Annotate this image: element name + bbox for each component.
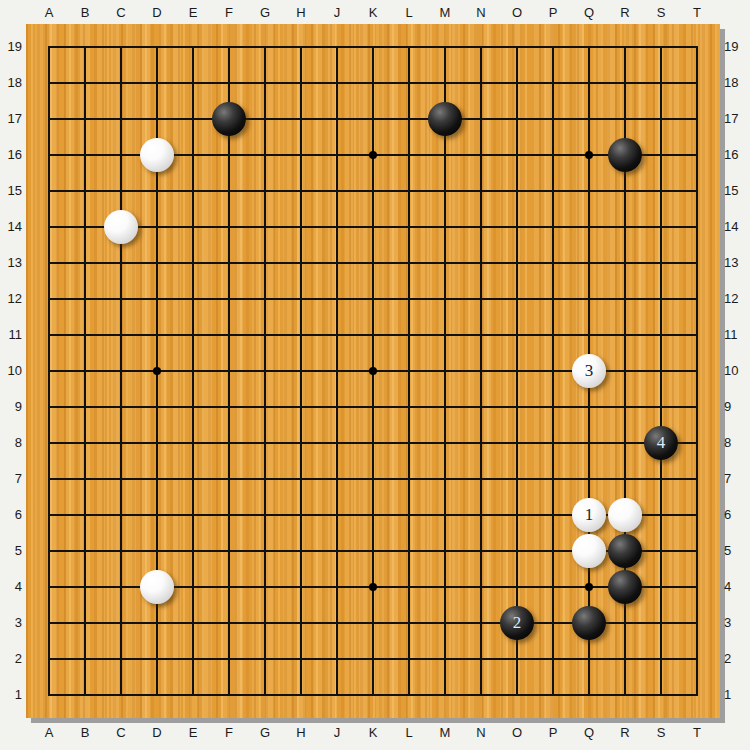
board-intersection[interactable] [679,461,715,497]
board-intersection[interactable] [391,137,427,173]
board-intersection[interactable] [31,209,67,245]
board-intersection[interactable] [607,497,643,533]
board-intersection[interactable] [499,101,535,137]
board-intersection[interactable] [31,425,67,461]
board-intersection[interactable] [211,677,247,713]
board-intersection[interactable] [355,353,391,389]
board-intersection[interactable] [247,65,283,101]
board-intersection[interactable] [643,605,679,641]
board-intersection[interactable] [463,29,499,65]
board-intersection[interactable] [319,497,355,533]
board-intersection[interactable] [67,317,103,353]
board-intersection[interactable] [427,101,463,137]
board-intersection[interactable] [499,173,535,209]
board-intersection[interactable] [319,425,355,461]
board-intersection[interactable] [67,173,103,209]
board-intersection[interactable] [355,137,391,173]
board-intersection[interactable] [139,101,175,137]
board-intersection[interactable] [463,101,499,137]
board-intersection[interactable] [427,29,463,65]
board-intersection[interactable] [139,245,175,281]
board-intersection[interactable] [643,245,679,281]
board-intersection[interactable] [427,137,463,173]
board-intersection[interactable] [463,677,499,713]
board-intersection[interactable] [571,425,607,461]
board-intersection[interactable] [643,317,679,353]
board-intersection[interactable] [499,317,535,353]
board-intersection[interactable] [355,461,391,497]
board-intersection[interactable] [139,425,175,461]
board-intersection[interactable] [67,461,103,497]
board-intersection[interactable] [607,425,643,461]
board-intersection[interactable] [103,641,139,677]
board-intersection[interactable] [103,65,139,101]
board-intersection[interactable] [499,137,535,173]
board-intersection[interactable] [391,29,427,65]
board-intersection[interactable] [139,281,175,317]
board-intersection[interactable] [175,65,211,101]
board-intersection[interactable] [427,317,463,353]
board-intersection[interactable] [31,65,67,101]
board-intersection[interactable] [175,281,211,317]
board-intersection[interactable] [283,137,319,173]
board-intersection[interactable] [535,605,571,641]
board-intersection[interactable] [211,641,247,677]
board-intersection[interactable] [535,533,571,569]
board-intersection[interactable] [283,569,319,605]
board-intersection[interactable] [463,425,499,461]
board-intersection[interactable] [175,137,211,173]
board-intersection[interactable] [319,137,355,173]
board-intersection[interactable] [67,353,103,389]
board-intersection[interactable] [67,641,103,677]
board-intersection[interactable] [139,533,175,569]
board-intersection[interactable] [211,209,247,245]
board-intersection[interactable] [247,461,283,497]
board-intersection[interactable] [319,65,355,101]
board-intersection[interactable] [211,569,247,605]
board-intersection[interactable] [319,209,355,245]
board-intersection[interactable] [31,173,67,209]
board-intersection[interactable] [175,245,211,281]
board-intersection[interactable] [391,461,427,497]
board-intersection[interactable] [355,245,391,281]
board-intersection[interactable] [31,137,67,173]
board-intersection[interactable] [247,317,283,353]
board-intersection[interactable] [355,677,391,713]
board-intersection[interactable] [679,533,715,569]
board-intersection[interactable] [607,641,643,677]
board-intersection[interactable] [391,245,427,281]
board-intersection[interactable] [139,389,175,425]
board-intersection[interactable] [499,353,535,389]
board-intersection[interactable] [319,353,355,389]
board-intersection[interactable] [67,65,103,101]
board-intersection[interactable] [355,65,391,101]
board-intersection[interactable] [535,461,571,497]
board-intersection[interactable] [499,569,535,605]
board-intersection[interactable] [355,641,391,677]
board-intersection[interactable] [499,389,535,425]
board-intersection[interactable] [391,317,427,353]
board-intersection[interactable] [103,569,139,605]
board-intersection[interactable] [139,317,175,353]
board-intersection[interactable] [463,209,499,245]
board-intersection[interactable] [283,173,319,209]
board-intersection[interactable] [211,353,247,389]
board-intersection[interactable] [427,389,463,425]
board-intersection[interactable] [643,173,679,209]
board-intersection[interactable] [247,605,283,641]
board-intersection[interactable] [463,497,499,533]
board-intersection[interactable] [463,65,499,101]
board-intersection[interactable] [643,569,679,605]
board-intersection[interactable] [679,209,715,245]
board-intersection[interactable] [283,641,319,677]
board-intersection[interactable] [247,209,283,245]
board-intersection[interactable] [67,605,103,641]
board-intersection[interactable] [607,281,643,317]
board-intersection[interactable] [463,317,499,353]
board-intersection[interactable] [535,209,571,245]
board-intersection[interactable] [463,173,499,209]
board-intersection[interactable] [427,353,463,389]
board-intersection[interactable] [499,425,535,461]
board-intersection[interactable] [211,281,247,317]
board-intersection[interactable] [175,173,211,209]
board-intersection[interactable] [391,677,427,713]
board-intersection[interactable] [139,641,175,677]
board-intersection[interactable] [103,605,139,641]
board-intersection[interactable] [391,209,427,245]
board-intersection[interactable]: 2 [499,605,535,641]
board-intersection[interactable]: 4 [643,425,679,461]
board-intersection[interactable] [463,605,499,641]
board-intersection[interactable] [103,677,139,713]
board-intersection[interactable] [571,101,607,137]
board-intersection[interactable] [139,137,175,173]
board-intersection[interactable] [607,137,643,173]
board-intersection[interactable] [463,461,499,497]
board-intersection[interactable] [31,533,67,569]
board-intersection[interactable] [211,317,247,353]
board-intersection[interactable] [499,245,535,281]
board-intersection[interactable] [607,605,643,641]
board-intersection[interactable] [679,605,715,641]
board-intersection[interactable] [103,533,139,569]
board-intersection[interactable] [31,317,67,353]
board-intersection[interactable] [103,497,139,533]
board-intersection[interactable] [319,641,355,677]
board-intersection[interactable] [571,641,607,677]
board-intersection[interactable] [211,245,247,281]
board-intersection[interactable] [463,353,499,389]
board-intersection[interactable] [31,353,67,389]
board-intersection[interactable] [67,29,103,65]
board-intersection[interactable] [103,209,139,245]
board-intersection[interactable] [175,101,211,137]
board-intersection[interactable] [139,65,175,101]
board-intersection[interactable] [283,677,319,713]
board-intersection[interactable] [535,389,571,425]
board-intersection[interactable]: 1 [571,497,607,533]
board-intersection[interactable] [31,101,67,137]
board-intersection[interactable] [211,461,247,497]
board-intersection[interactable] [283,317,319,353]
board-intersection[interactable] [247,353,283,389]
board-intersection[interactable] [139,353,175,389]
board-intersection[interactable] [283,389,319,425]
board-intersection[interactable] [679,101,715,137]
board-intersection[interactable] [535,173,571,209]
board-intersection[interactable] [607,29,643,65]
board-intersection[interactable] [247,137,283,173]
board-intersection[interactable] [643,101,679,137]
board-intersection[interactable] [427,209,463,245]
board-intersection[interactable] [355,425,391,461]
board-intersection[interactable] [103,425,139,461]
board-intersection[interactable] [643,677,679,713]
board-intersection[interactable] [499,497,535,533]
board-intersection[interactable] [283,101,319,137]
board-intersection[interactable] [355,497,391,533]
board-intersection[interactable] [571,173,607,209]
board-intersection[interactable] [175,425,211,461]
board-intersection[interactable] [211,101,247,137]
board-intersection[interactable] [463,389,499,425]
board-intersection[interactable] [643,389,679,425]
board-intersection[interactable] [427,533,463,569]
board-intersection[interactable] [427,677,463,713]
board-intersection[interactable] [247,281,283,317]
board-intersection[interactable] [175,677,211,713]
board-intersection[interactable] [319,281,355,317]
board-intersection[interactable] [463,245,499,281]
board-intersection[interactable] [679,281,715,317]
board-intersection[interactable] [139,677,175,713]
board-intersection[interactable] [571,245,607,281]
board-intersection[interactable] [571,677,607,713]
board-intersection[interactable] [139,209,175,245]
board-intersection[interactable] [607,101,643,137]
board-intersection[interactable] [499,533,535,569]
board-intersection[interactable] [571,461,607,497]
board-intersection[interactable] [535,425,571,461]
board-intersection[interactable] [175,209,211,245]
board-intersection[interactable] [319,389,355,425]
board-intersection[interactable] [427,641,463,677]
board-intersection[interactable] [607,569,643,605]
board-intersection[interactable] [679,497,715,533]
board-intersection[interactable] [535,137,571,173]
board-intersection[interactable] [427,425,463,461]
board-intersection[interactable] [391,605,427,641]
board-intersection[interactable] [283,29,319,65]
board-intersection[interactable] [427,461,463,497]
board-intersection[interactable] [535,677,571,713]
board-intersection[interactable] [427,605,463,641]
board-intersection[interactable] [67,677,103,713]
board-intersection[interactable] [247,497,283,533]
board-intersection[interactable] [607,389,643,425]
board-intersection[interactable] [643,641,679,677]
board-intersection[interactable]: 3 [571,353,607,389]
board-intersection[interactable] [535,245,571,281]
board-intersection[interactable] [175,605,211,641]
board-intersection[interactable] [283,497,319,533]
board-intersection[interactable] [103,317,139,353]
board-intersection[interactable] [211,137,247,173]
board-intersection[interactable] [571,533,607,569]
board-intersection[interactable] [283,65,319,101]
board-intersection[interactable] [103,353,139,389]
board-intersection[interactable] [283,353,319,389]
board-intersection[interactable] [607,461,643,497]
board-intersection[interactable] [31,245,67,281]
board-intersection[interactable] [283,461,319,497]
board-intersection[interactable] [211,497,247,533]
board-intersection[interactable] [67,101,103,137]
board-intersection[interactable] [211,65,247,101]
board-intersection[interactable] [607,317,643,353]
board-intersection[interactable] [679,137,715,173]
board-intersection[interactable] [679,389,715,425]
board-intersection[interactable] [391,353,427,389]
board-intersection[interactable] [679,245,715,281]
board-intersection[interactable] [247,389,283,425]
board-intersection[interactable] [535,641,571,677]
board-intersection[interactable] [247,29,283,65]
board-intersection[interactable] [139,569,175,605]
board-intersection[interactable] [571,65,607,101]
board-intersection[interactable] [247,173,283,209]
board-intersection[interactable] [535,353,571,389]
board-intersection[interactable] [679,641,715,677]
board-intersection[interactable] [571,29,607,65]
board-intersection[interactable] [391,65,427,101]
board-intersection[interactable] [139,173,175,209]
board-intersection[interactable] [571,569,607,605]
board-intersection[interactable] [355,605,391,641]
board-intersection[interactable] [391,533,427,569]
board-intersection[interactable] [211,29,247,65]
board-intersection[interactable] [31,29,67,65]
board-intersection[interactable] [319,245,355,281]
board-intersection[interactable] [391,281,427,317]
board-intersection[interactable] [607,173,643,209]
board-intersection[interactable] [607,65,643,101]
board-intersection[interactable] [319,677,355,713]
board-intersection[interactable] [103,281,139,317]
board-intersection[interactable] [499,641,535,677]
board-intersection[interactable] [283,605,319,641]
board-intersection[interactable] [607,245,643,281]
board-intersection[interactable] [499,209,535,245]
board-intersection[interactable] [175,461,211,497]
board-intersection[interactable] [535,281,571,317]
board-intersection[interactable] [319,605,355,641]
board-intersection[interactable] [139,497,175,533]
board-intersection[interactable] [643,137,679,173]
board-intersection[interactable] [319,173,355,209]
board-intersection[interactable] [643,461,679,497]
board-intersection[interactable] [679,353,715,389]
board-intersection[interactable] [571,605,607,641]
board-intersection[interactable] [535,569,571,605]
board-intersection[interactable] [499,281,535,317]
board-intersection[interactable] [391,641,427,677]
board-intersection[interactable] [643,533,679,569]
board-intersection[interactable] [499,677,535,713]
board-intersection[interactable] [211,425,247,461]
board-intersection[interactable] [31,461,67,497]
board-intersection[interactable] [679,317,715,353]
board-intersection[interactable] [247,677,283,713]
board-intersection[interactable] [67,209,103,245]
board-intersection[interactable] [175,317,211,353]
board-intersection[interactable] [499,29,535,65]
board-intersection[interactable] [31,641,67,677]
board-intersection[interactable] [427,65,463,101]
board-intersection[interactable] [103,461,139,497]
board-intersection[interactable] [67,425,103,461]
board-intersection[interactable] [31,389,67,425]
board-intersection[interactable] [499,65,535,101]
board-intersection[interactable] [355,281,391,317]
board-intersection[interactable] [571,389,607,425]
board-intersection[interactable] [283,533,319,569]
board-intersection[interactable] [139,605,175,641]
board-intersection[interactable] [247,101,283,137]
board-intersection[interactable] [211,533,247,569]
board-intersection[interactable] [427,569,463,605]
board-intersection[interactable] [391,425,427,461]
board-intersection[interactable] [643,209,679,245]
board-intersection[interactable] [679,677,715,713]
board-intersection[interactable] [247,425,283,461]
board-intersection[interactable] [31,281,67,317]
board-intersection[interactable] [175,533,211,569]
board-intersection[interactable] [67,497,103,533]
board-intersection[interactable] [463,137,499,173]
board-intersection[interactable] [175,497,211,533]
board-intersection[interactable] [643,29,679,65]
board-intersection[interactable] [643,65,679,101]
board-intersection[interactable] [427,173,463,209]
board-intersection[interactable] [427,281,463,317]
board-intersection[interactable] [355,29,391,65]
board-intersection[interactable] [175,389,211,425]
board-intersection[interactable] [679,425,715,461]
board-intersection[interactable] [679,29,715,65]
board-intersection[interactable] [355,317,391,353]
board-intersection[interactable] [67,137,103,173]
board-intersection[interactable] [67,569,103,605]
board-intersection[interactable] [499,461,535,497]
board-intersection[interactable] [175,641,211,677]
board-intersection[interactable] [319,461,355,497]
board-intersection[interactable] [535,65,571,101]
board-intersection[interactable] [607,353,643,389]
board-intersection[interactable] [355,569,391,605]
board-intersection[interactable] [427,245,463,281]
board-intersection[interactable] [535,497,571,533]
board-intersection[interactable] [175,29,211,65]
board-intersection[interactable] [283,209,319,245]
board-intersection[interactable] [355,533,391,569]
board-intersection[interactable] [103,101,139,137]
board-intersection[interactable] [247,569,283,605]
